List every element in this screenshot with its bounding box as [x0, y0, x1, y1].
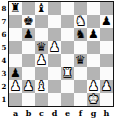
- square-h2[interactable]: ♟: [100, 80, 113, 93]
- square-a1[interactable]: [9, 93, 22, 106]
- black-rook: ♜: [9, 2, 22, 15]
- square-d4[interactable]: [48, 54, 61, 67]
- file-label-f: f: [74, 108, 87, 119]
- square-e7[interactable]: [61, 15, 74, 28]
- square-a6[interactable]: [9, 28, 22, 41]
- square-f3[interactable]: [74, 67, 87, 80]
- rank-label-4: 4: [0, 54, 8, 67]
- file-label-c: c: [35, 108, 48, 119]
- square-e2[interactable]: [61, 80, 74, 93]
- square-b5[interactable]: [22, 41, 35, 54]
- square-c7[interactable]: [35, 15, 48, 28]
- rank-label-5: 5: [0, 41, 8, 54]
- white-pawn: ♟: [48, 41, 61, 54]
- rank-label-7: 7: [0, 15, 8, 28]
- square-b4[interactable]: [22, 54, 35, 67]
- white-king: ♚: [87, 93, 100, 106]
- square-g4[interactable]: [87, 54, 100, 67]
- square-d3[interactable]: [48, 67, 61, 80]
- square-c2[interactable]: ♝: [35, 80, 48, 93]
- file-labels: abcdefgh: [9, 108, 113, 119]
- black-queen: ♛: [74, 54, 87, 67]
- square-h5[interactable]: [100, 41, 113, 54]
- black-pawn: ♟: [87, 28, 100, 41]
- square-e5[interactable]: [61, 41, 74, 54]
- square-c1[interactable]: [35, 93, 48, 106]
- square-g8[interactable]: [87, 2, 100, 15]
- square-c8[interactable]: ♝: [35, 2, 48, 15]
- white-bishop: ♝: [35, 80, 48, 93]
- rank-labels: 87654321: [0, 2, 8, 106]
- file-label-d: d: [48, 108, 61, 119]
- square-g5[interactable]: [87, 41, 100, 54]
- square-d8[interactable]: [48, 2, 61, 15]
- file-label-e: e: [61, 108, 74, 119]
- square-h1[interactable]: [100, 93, 113, 106]
- square-h4[interactable]: [100, 54, 113, 67]
- square-e1[interactable]: [61, 93, 74, 106]
- square-g1[interactable]: ♚: [87, 93, 100, 106]
- white-pawn: ♟: [22, 80, 35, 93]
- square-a5[interactable]: [9, 41, 22, 54]
- square-h7[interactable]: ♟: [100, 15, 113, 28]
- chess-board: ♜♝♚♞♟♟♞♟♛♟♟♛♟♜♟♟♝♟♟♚: [8, 1, 114, 107]
- square-a2[interactable]: ♟: [9, 80, 22, 93]
- square-b6[interactable]: ♟: [22, 28, 35, 41]
- rank-label-3: 3: [0, 67, 8, 80]
- square-e6[interactable]: [61, 28, 74, 41]
- rank-label-1: 1: [0, 93, 8, 106]
- square-a8[interactable]: ♜: [9, 2, 22, 15]
- square-d1[interactable]: [48, 93, 61, 106]
- square-d7[interactable]: [48, 15, 61, 28]
- square-f6[interactable]: ♞: [74, 28, 87, 41]
- chess-diagram: 87654321 ♜♝♚♞♟♟♞♟♛♟♟♛♟♜♟♟♝♟♟♚ abcdefgh: [0, 0, 119, 119]
- white-pawn: ♟: [9, 80, 22, 93]
- file-label-a: a: [9, 108, 22, 119]
- square-d2[interactable]: [48, 80, 61, 93]
- file-label-g: g: [87, 108, 100, 119]
- white-pawn: ♟: [35, 54, 48, 67]
- black-knight: ♞: [74, 28, 87, 41]
- black-pawn: ♟: [22, 28, 35, 41]
- white-pawn: ♟: [100, 80, 113, 93]
- white-rook: ♜: [61, 67, 74, 80]
- rank-label-2: 2: [0, 80, 8, 93]
- rank-label-8: 8: [0, 2, 8, 15]
- square-e3[interactable]: ♜: [61, 67, 74, 80]
- square-c4[interactable]: ♟: [35, 54, 48, 67]
- square-f2[interactable]: [74, 80, 87, 93]
- square-a7[interactable]: [9, 15, 22, 28]
- square-b2[interactable]: ♟: [22, 80, 35, 93]
- square-f1[interactable]: [74, 93, 87, 106]
- square-h6[interactable]: [100, 28, 113, 41]
- file-label-b: b: [22, 108, 35, 119]
- square-f4[interactable]: ♛: [74, 54, 87, 67]
- file-label-h: h: [100, 108, 113, 119]
- square-b1[interactable]: [22, 93, 35, 106]
- square-g6[interactable]: ♟: [87, 28, 100, 41]
- black-pawn: ♟: [100, 15, 113, 28]
- square-e8[interactable]: [61, 2, 74, 15]
- rank-label-6: 6: [0, 28, 8, 41]
- square-d5[interactable]: ♟: [48, 41, 61, 54]
- black-bishop: ♝: [35, 2, 48, 15]
